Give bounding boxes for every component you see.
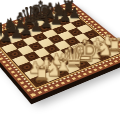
black-pawn[interactable]: ♟ [0,29,13,44]
chess-board: ♜♞♝♛♚♝♞♜♟♟♟♟♟♟♟♟♟♟♟♟♟♟♟♟♜♞♝♛♚♝♞♜ [0,1,120,99]
square-a7[interactable]: ♟ [0,37,12,46]
white-rook[interactable]: ♜ [33,64,51,84]
chess-set-photo: ♜♞♝♛♚♝♞♜♟♟♟♟♟♟♟♟♟♟♟♟♟♟♟♟♜♞♝♛♚♝♞♜ [0,0,120,120]
board-grid: ♜♞♝♛♚♝♞♜♟♟♟♟♟♟♟♟♟♟♟♟♟♟♟♟♜♞♝♛♚♝♞♜ [0,9,120,86]
square-a1[interactable]: ♜ [30,75,48,87]
